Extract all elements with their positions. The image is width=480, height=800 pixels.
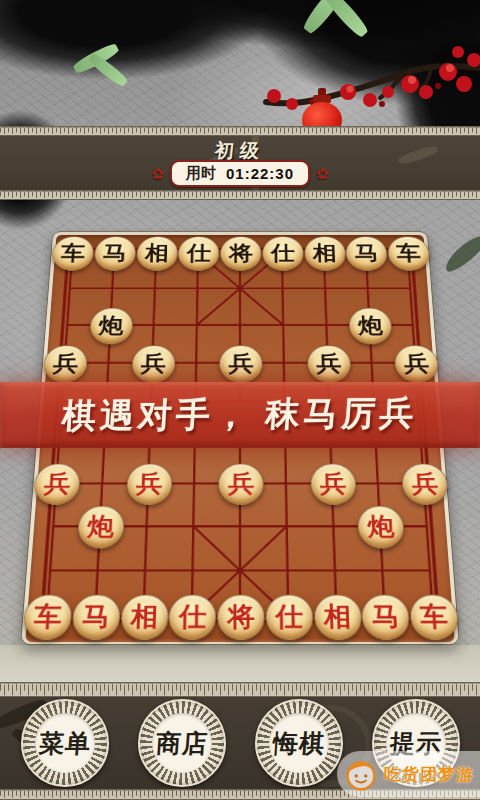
mascot-face-icon	[342, 755, 380, 793]
left-ornament-icon: ✿	[151, 165, 164, 183]
piece-black-兵[interactable]: 兵	[307, 345, 352, 383]
piece-black-将[interactable]: 将	[220, 236, 262, 270]
shop-button-label: 商店	[154, 727, 208, 760]
piece-red-相[interactable]: 相	[120, 594, 169, 640]
piece-red-炮[interactable]: 炮	[77, 506, 125, 549]
meander-border	[0, 190, 480, 200]
hud-banner: 初级 ✿ 用时 01:22:30 ✿	[0, 126, 480, 200]
timer-value: 01:22:30	[226, 165, 294, 182]
piece-red-马[interactable]: 马	[361, 594, 411, 640]
piece-red-车[interactable]: 车	[409, 594, 460, 640]
plum-blossom-branch	[252, 40, 480, 140]
piece-red-仕[interactable]: 仕	[168, 594, 216, 640]
right-ornament-icon: ✿	[316, 165, 329, 183]
menu-button[interactable]: 菜单	[21, 699, 109, 787]
piece-black-马[interactable]: 马	[345, 236, 388, 270]
piece-black-炮[interactable]: 炮	[89, 308, 133, 345]
piece-black-仕[interactable]: 仕	[178, 236, 220, 270]
piece-red-马[interactable]: 马	[71, 594, 121, 640]
meander-border	[0, 126, 480, 136]
menu-button-face: 菜单	[35, 713, 95, 773]
piece-red-相[interactable]: 相	[313, 594, 362, 640]
undo-button-label: 悔棋	[271, 727, 325, 760]
piece-red-仕[interactable]: 仕	[265, 594, 313, 640]
piece-black-炮[interactable]: 炮	[348, 308, 392, 345]
piece-red-将[interactable]: 将	[217, 594, 265, 640]
meander-border	[0, 682, 480, 697]
piece-red-兵[interactable]: 兵	[33, 464, 81, 505]
timer-label: 用时	[186, 164, 216, 183]
piece-black-仕[interactable]: 仕	[262, 236, 304, 270]
piece-black-兵[interactable]: 兵	[131, 345, 175, 383]
matchup-announcement-banner: 棋遇对手， 秣马厉兵	[0, 382, 480, 448]
menu-button-label: 菜单	[37, 727, 91, 760]
watermark-text: 吃货团梦游	[384, 763, 474, 786]
piece-black-兵[interactable]: 兵	[219, 345, 263, 383]
piece-red-兵[interactable]: 兵	[310, 464, 357, 505]
piece-red-炮[interactable]: 炮	[357, 506, 405, 549]
piece-black-马[interactable]: 马	[93, 236, 136, 270]
piece-red-兵[interactable]: 兵	[218, 464, 264, 505]
piece-red-兵[interactable]: 兵	[401, 464, 449, 505]
undo-button-face: 悔棋	[269, 713, 329, 773]
undo-move-button[interactable]: 悔棋	[255, 699, 343, 787]
piece-black-兵[interactable]: 兵	[42, 345, 88, 383]
piece-red-兵[interactable]: 兵	[126, 464, 173, 505]
piece-black-车[interactable]: 车	[51, 236, 95, 270]
elapsed-time-box: 用时 01:22:30	[170, 160, 310, 187]
piece-black-兵[interactable]: 兵	[394, 345, 440, 383]
watermark-badge: 吃货团梦游	[337, 751, 480, 797]
piece-red-车[interactable]: 车	[22, 594, 73, 640]
shop-button-face: 商店	[152, 713, 212, 773]
announcement-text: 棋遇对手， 秣马厉兵	[61, 390, 419, 439]
lower-light-band	[0, 645, 480, 682]
piece-black-相[interactable]: 相	[136, 236, 178, 270]
shop-button[interactable]: 商店	[138, 699, 226, 787]
piece-black-车[interactable]: 车	[387, 236, 431, 270]
piece-black-相[interactable]: 相	[304, 236, 347, 270]
